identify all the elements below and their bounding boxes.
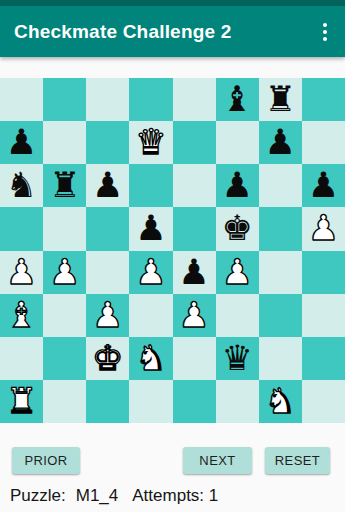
puzzle-label: Puzzle:	[10, 486, 66, 505]
white-pawn: ♟	[135, 255, 166, 290]
square-c8[interactable]	[86, 78, 129, 121]
square-g8[interactable]: ♜	[259, 78, 302, 121]
square-c7[interactable]	[86, 121, 129, 164]
white-queen: ♛	[135, 125, 166, 160]
kebab-dot	[323, 30, 327, 34]
black-knight: ♞	[6, 168, 37, 203]
square-d2[interactable]: ♞	[129, 337, 172, 380]
black-pawn: ♟	[92, 168, 123, 203]
puzzle-status-line: Puzzle:M1_4Attempts: 1	[10, 486, 340, 506]
white-pawn: ♟	[6, 255, 37, 290]
next-button[interactable]: NEXT	[183, 447, 252, 474]
chess-board: ♝♜♟♛♟♞♜♟♟♟♟♚♟♟♟♟♟♟♝♟♟♚♞♛♜♞	[0, 78, 345, 423]
square-f6[interactable]: ♟	[216, 164, 259, 207]
white-rook: ♜	[6, 384, 37, 419]
square-g3[interactable]	[259, 294, 302, 337]
square-g5[interactable]	[259, 207, 302, 250]
square-h6[interactable]: ♟	[302, 164, 345, 207]
square-a1[interactable]: ♜	[0, 380, 43, 423]
white-knight: ♞	[135, 341, 166, 376]
square-e3[interactable]: ♟	[173, 294, 216, 337]
reset-button[interactable]: RESET	[265, 447, 330, 474]
black-pawn: ♟	[178, 255, 209, 290]
square-h1[interactable]	[302, 380, 345, 423]
square-e5[interactable]	[173, 207, 216, 250]
square-a5[interactable]	[0, 207, 43, 250]
square-h8[interactable]	[302, 78, 345, 121]
square-d8[interactable]	[129, 78, 172, 121]
square-h7[interactable]	[302, 121, 345, 164]
square-a4[interactable]: ♟	[0, 251, 43, 294]
overflow-menu-icon[interactable]	[319, 17, 331, 47]
square-b2[interactable]	[43, 337, 86, 380]
square-c2[interactable]: ♚	[86, 337, 129, 380]
square-e6[interactable]	[173, 164, 216, 207]
kebab-dot	[323, 23, 327, 27]
square-g6[interactable]	[259, 164, 302, 207]
black-queen: ♛	[221, 341, 252, 376]
black-pawn: ♟	[135, 211, 166, 246]
square-g7[interactable]: ♟	[259, 121, 302, 164]
square-g1[interactable]: ♞	[259, 380, 302, 423]
square-b4[interactable]: ♟	[43, 251, 86, 294]
square-e1[interactable]	[173, 380, 216, 423]
kebab-dot	[323, 37, 327, 41]
white-pawn: ♟	[308, 211, 339, 246]
white-pawn: ♟	[178, 298, 209, 333]
square-e8[interactable]	[173, 78, 216, 121]
square-e4[interactable]: ♟	[173, 251, 216, 294]
black-pawn: ♟	[265, 125, 296, 160]
square-c3[interactable]: ♟	[86, 294, 129, 337]
square-b7[interactable]	[43, 121, 86, 164]
square-d5[interactable]: ♟	[129, 207, 172, 250]
square-f3[interactable]	[216, 294, 259, 337]
square-d7[interactable]: ♛	[129, 121, 172, 164]
square-h5[interactable]: ♟	[302, 207, 345, 250]
square-f5[interactable]: ♚	[216, 207, 259, 250]
square-e2[interactable]	[173, 337, 216, 380]
black-king: ♚	[221, 211, 252, 246]
square-a2[interactable]	[0, 337, 43, 380]
black-rook: ♜	[265, 82, 296, 117]
square-f7[interactable]	[216, 121, 259, 164]
white-pawn: ♟	[92, 298, 123, 333]
square-a8[interactable]	[0, 78, 43, 121]
app-bar: Checkmate Challenge 2	[0, 6, 345, 57]
white-bishop: ♝	[6, 298, 37, 333]
square-g2[interactable]	[259, 337, 302, 380]
white-pawn: ♟	[49, 255, 80, 290]
square-d1[interactable]	[129, 380, 172, 423]
square-c6[interactable]: ♟	[86, 164, 129, 207]
white-pawn: ♟	[221, 255, 252, 290]
prior-button[interactable]: PRIOR	[12, 447, 80, 474]
white-knight: ♞	[265, 384, 296, 419]
black-pawn: ♟	[308, 168, 339, 203]
square-h2[interactable]	[302, 337, 345, 380]
square-d6[interactable]	[129, 164, 172, 207]
square-c4[interactable]	[86, 251, 129, 294]
square-c1[interactable]	[86, 380, 129, 423]
square-d4[interactable]: ♟	[129, 251, 172, 294]
attempts-label: Attempts:	[132, 486, 204, 505]
square-b3[interactable]	[43, 294, 86, 337]
app-title: Checkmate Challenge 2	[14, 21, 232, 43]
square-c5[interactable]	[86, 207, 129, 250]
square-b8[interactable]	[43, 78, 86, 121]
square-d3[interactable]	[129, 294, 172, 337]
square-f2[interactable]: ♛	[216, 337, 259, 380]
square-f8[interactable]: ♝	[216, 78, 259, 121]
black-rook: ♜	[49, 168, 80, 203]
black-bishop: ♝	[221, 82, 252, 117]
square-e7[interactable]	[173, 121, 216, 164]
square-h3[interactable]	[302, 294, 345, 337]
square-g4[interactable]	[259, 251, 302, 294]
app-screen: Checkmate Challenge 2 ♝♜♟♛♟♞♜♟♟♟♟♚♟♟♟♟♟♟…	[0, 0, 345, 512]
black-pawn: ♟	[221, 168, 252, 203]
square-f4[interactable]: ♟	[216, 251, 259, 294]
square-f1[interactable]	[216, 380, 259, 423]
square-a6[interactable]: ♞	[0, 164, 43, 207]
square-b5[interactable]	[43, 207, 86, 250]
black-pawn: ♟	[6, 125, 37, 160]
square-h4[interactable]	[302, 251, 345, 294]
white-king: ♚	[92, 341, 123, 376]
attempts-value: 1	[209, 486, 218, 505]
square-b1[interactable]	[43, 380, 86, 423]
square-b6[interactable]: ♜	[43, 164, 86, 207]
puzzle-id: M1_4	[76, 486, 119, 505]
square-a3[interactable]: ♝	[0, 294, 43, 337]
square-a7[interactable]: ♟	[0, 121, 43, 164]
